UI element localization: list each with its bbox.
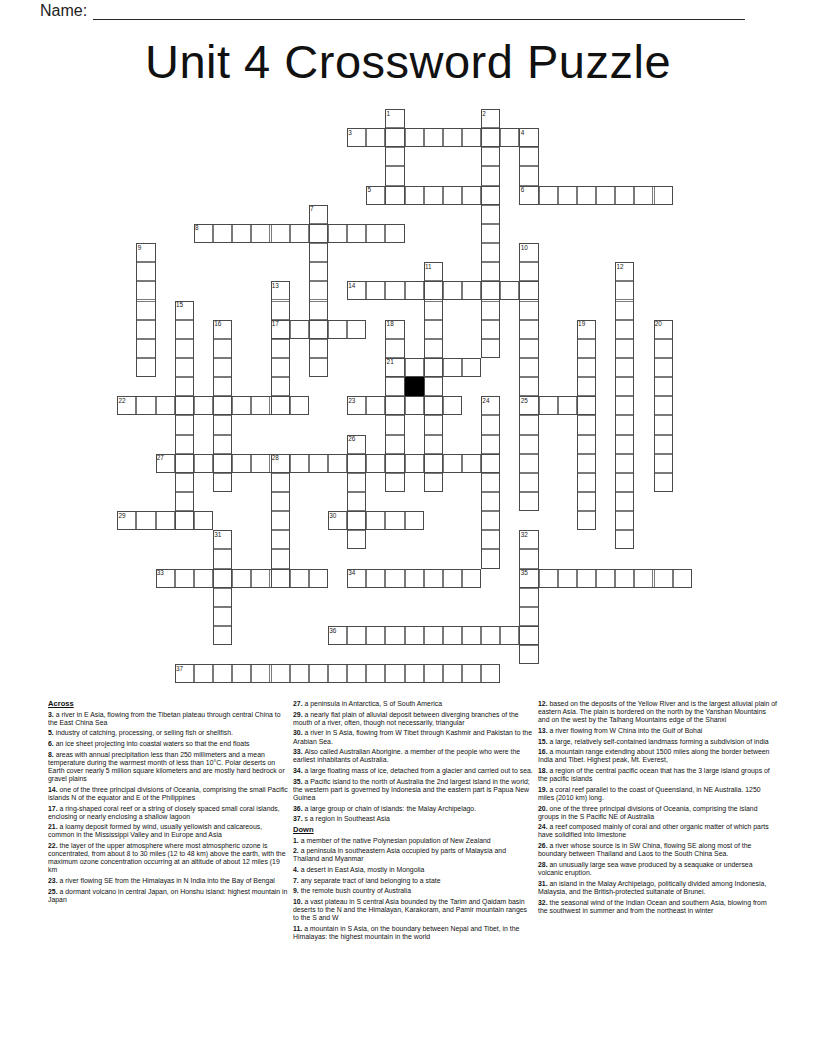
grid-cell[interactable] [194,664,213,683]
grid-cell[interactable] [462,454,481,473]
grid-cell[interactable] [213,607,232,626]
grid-cell[interactable] [385,320,404,339]
grid-cell[interactable] [462,358,481,377]
grid-cell[interactable] [309,281,328,300]
grid-cell[interactable] [309,243,328,262]
grid-cell[interactable] [271,320,290,339]
grid-cell[interactable] [194,454,213,473]
grid-cell[interactable] [232,569,251,588]
grid-cell[interactable] [481,396,500,415]
grid-cell[interactable] [271,281,290,300]
grid-cell[interactable] [271,301,290,320]
grid-cell[interactable] [405,186,424,205]
grid-cell[interactable] [558,396,577,415]
grid-cell[interactable] [385,396,404,415]
grid-cell[interactable] [519,147,538,166]
grid-cell[interactable] [385,339,404,358]
grid-cell[interactable] [615,569,634,588]
grid-cell[interactable] [385,435,404,454]
grid-cell[interactable] [481,320,500,339]
grid-cell[interactable] [577,511,596,530]
grid-cell[interactable] [405,511,424,530]
grid-cell[interactable] [519,358,538,377]
grid-cell[interactable] [309,224,328,243]
grid-cell[interactable] [519,339,538,358]
grid-cell[interactable] [481,454,500,473]
grid-cell[interactable] [347,396,366,415]
grid-cell[interactable] [615,301,634,320]
grid-cell[interactable] [519,626,538,645]
grid-cell[interactable] [385,358,404,377]
grid-cell[interactable] [366,626,385,645]
grid-cell[interactable] [213,588,232,607]
clue-item: 33. Also called Australian Aborigine. a … [293,748,533,764]
grid-cell[interactable] [443,358,462,377]
grid-cell[interactable] [309,454,328,473]
grid-cell[interactable] [615,377,634,396]
grid-cell[interactable] [481,109,500,128]
grid-cell[interactable] [615,262,634,281]
grid-cell[interactable] [481,664,500,683]
grid-cell[interactable] [347,530,366,549]
grid-cell[interactable] [519,281,538,300]
grid-cell[interactable] [347,569,366,588]
grid-cell[interactable] [519,262,538,281]
grid-cell[interactable] [500,281,519,300]
grid-cell[interactable] [424,473,443,492]
grid-cell[interactable] [424,320,443,339]
grid-cell[interactable] [519,569,538,588]
grid-cell[interactable] [654,415,673,434]
grid-cell[interactable] [519,645,538,664]
grid-cell[interactable] [271,549,290,568]
grid-cell[interactable] [213,473,232,492]
grid-cell[interactable] [424,281,443,300]
grid-cell[interactable] [175,301,194,320]
grid-cell[interactable] [424,569,443,588]
grid-cell[interactable] [156,396,175,415]
grid-cell[interactable] [424,454,443,473]
grid-cell[interactable] [519,435,538,454]
grid-cell[interactable] [194,224,213,243]
grid-cell[interactable] [213,396,232,415]
grid-cell[interactable] [347,435,366,454]
grid-cell[interactable] [175,454,194,473]
grid-cell[interactable] [328,320,347,339]
grid-cell[interactable] [577,377,596,396]
grid-cell[interactable] [290,320,309,339]
grid-cell[interactable] [596,186,615,205]
grid-cell[interactable] [175,435,194,454]
grid-cell[interactable] [309,339,328,358]
grid-cell[interactable] [654,358,673,377]
grid-cell[interactable] [539,569,558,588]
grid-cell[interactable] [481,492,500,511]
grid-cell[interactable] [136,301,155,320]
grid-cell[interactable] [424,415,443,434]
grid-cell[interactable] [175,569,194,588]
grid-cell[interactable] [271,473,290,492]
grid-cell[interactable] [232,396,251,415]
grid-cell[interactable] [213,454,232,473]
grid-cell[interactable] [424,377,443,396]
grid-cell[interactable] [405,664,424,683]
grid-cell[interactable] [290,454,309,473]
grid-cell[interactable] [290,664,309,683]
grid-cell[interactable] [194,396,213,415]
grid-cell[interactable] [405,396,424,415]
grid-cell[interactable] [232,664,251,683]
grid-cell[interactable] [175,377,194,396]
grid-cell[interactable] [519,492,538,511]
grid-cell[interactable] [405,454,424,473]
grid-cell[interactable] [424,358,443,377]
grid-cell[interactable] [385,109,404,128]
grid-cell[interactable] [519,301,538,320]
grid-cell[interactable] [462,664,481,683]
grid-cell[interactable] [251,664,270,683]
grid-cell[interactable] [290,569,309,588]
grid-cell[interactable] [213,569,232,588]
grid-cell[interactable] [385,147,404,166]
grid-cell[interactable] [347,454,366,473]
grid-cell[interactable] [347,320,366,339]
grid-cell[interactable] [175,339,194,358]
grid-cell[interactable] [385,224,404,243]
grid-cell[interactable] [519,607,538,626]
grid-cell[interactable] [366,281,385,300]
grid-cell[interactable] [328,454,347,473]
grid-cell[interactable] [615,339,634,358]
grid-cell[interactable] [232,224,251,243]
grid-cell[interactable] [577,186,596,205]
grid-cell[interactable] [424,339,443,358]
grid-cell[interactable] [385,454,404,473]
grid-cell[interactable] [328,511,347,530]
grid-cell[interactable] [654,339,673,358]
grid-cell[interactable] [156,569,175,588]
grid-cell[interactable] [462,569,481,588]
grid-cell[interactable] [519,454,538,473]
grid-cell[interactable] [271,454,290,473]
clue-item: 4. a desert in East Asia, mostly in Mong… [293,866,533,874]
grid-cell[interactable] [577,492,596,511]
grid-cell[interactable] [175,492,194,511]
grid-cell[interactable] [443,128,462,147]
grid-cell[interactable] [577,569,596,588]
grid-cell[interactable] [481,549,500,568]
grid-cell[interactable] [481,301,500,320]
grid-cell[interactable] [347,473,366,492]
grid-cell[interactable] [654,320,673,339]
grid-cell[interactable] [615,473,634,492]
grid-cell[interactable] [271,664,290,683]
grid-cell[interactable] [481,530,500,549]
grid-cell[interactable] [136,339,155,358]
grid-cell[interactable] [443,626,462,645]
grid-cell[interactable] [577,415,596,434]
grid-cell[interactable] [213,626,232,645]
grid-cell[interactable] [213,530,232,549]
grid-cell[interactable] [271,530,290,549]
grid-cell[interactable] [309,205,328,224]
grid-cell[interactable] [519,377,538,396]
grid-cell[interactable] [481,415,500,434]
grid-cell[interactable] [577,339,596,358]
grid-cell[interactable] [366,454,385,473]
clue-item: 7. any separate tract of land belonging … [293,877,533,885]
grid-cell[interactable] [481,186,500,205]
grid-cell[interactable] [654,186,673,205]
grid-cell[interactable] [194,511,213,530]
grid-cell[interactable] [577,396,596,415]
grid-cell[interactable] [271,511,290,530]
crossword-grid[interactable]: 3568141721222325272930333435363712479101… [0,0,816,700]
grid-cell[interactable] [385,473,404,492]
grid-cell[interactable] [347,281,366,300]
grid-cell[interactable] [328,626,347,645]
grid-cell[interactable] [615,281,634,300]
grid-cell[interactable] [347,511,366,530]
grid-cell[interactable] [156,454,175,473]
grid-cell[interactable] [385,626,404,645]
grid-cell[interactable] [424,435,443,454]
grid-cell[interactable] [175,664,194,683]
grid-cell[interactable] [347,492,366,511]
grid-cell[interactable] [385,186,404,205]
grid-cell[interactable] [385,166,404,185]
grid-cell[interactable] [481,473,500,492]
grid-cell[interactable] [175,473,194,492]
grid-cell[interactable] [213,549,232,568]
grid-cell[interactable] [366,224,385,243]
grid-cell[interactable] [251,396,270,415]
grid-cell[interactable] [136,262,155,281]
grid-cell[interactable] [347,664,366,683]
grid-cell[interactable] [654,435,673,454]
grid-cell[interactable] [654,454,673,473]
grid-cell[interactable] [385,128,404,147]
grid-cell[interactable] [615,186,634,205]
grid-cell[interactable] [251,454,270,473]
grid-cell[interactable] [424,301,443,320]
grid-cell[interactable] [519,186,538,205]
grid-cell[interactable] [271,569,290,588]
grid-cell[interactable] [136,281,155,300]
grid-cell[interactable] [385,281,404,300]
grid-cell[interactable] [577,473,596,492]
grid-cell[interactable] [634,186,653,205]
grid-cell[interactable] [271,492,290,511]
grid-cell[interactable] [328,664,347,683]
grid-cell[interactable] [117,511,136,530]
grid-cell[interactable] [405,358,424,377]
grid-cell[interactable] [615,415,634,434]
grid-cell[interactable] [539,396,558,415]
grid-cell[interactable] [424,664,443,683]
grid-cell[interactable] [481,339,500,358]
grid-cell[interactable] [347,128,366,147]
grid-cell[interactable] [634,569,653,588]
grid-cell[interactable] [213,224,232,243]
grid-cell[interactable] [136,243,155,262]
grid-cell[interactable] [500,626,519,645]
grid-cell[interactable] [673,569,692,588]
grid-cell[interactable] [443,396,462,415]
grid-cell[interactable] [481,281,500,300]
grid-cell[interactable] [577,358,596,377]
grid-cell[interactable] [156,511,175,530]
grid-cell[interactable] [424,128,443,147]
grid-cell[interactable] [290,396,309,415]
grid-cell[interactable] [596,569,615,588]
grid-cell[interactable] [654,569,673,588]
grid-cell[interactable] [213,377,232,396]
grid-cell[interactable] [615,358,634,377]
grid-cell[interactable] [385,377,404,396]
grid-cell[interactable] [424,262,443,281]
grid-cell[interactable] [481,511,500,530]
grid-cell[interactable] [443,664,462,683]
grid-cell[interactable] [251,224,270,243]
grid-cell[interactable] [385,664,404,683]
grid-cell[interactable] [213,320,232,339]
grid-cell[interactable] [347,224,366,243]
grid-cell[interactable] [175,396,194,415]
grid-cell[interactable] [385,569,404,588]
grid-cell[interactable] [615,530,634,549]
grid-cell[interactable] [481,128,500,147]
grid-cell[interactable] [615,454,634,473]
grid-cell[interactable] [366,569,385,588]
grid-cell[interactable] [309,320,328,339]
grid-cell[interactable] [366,511,385,530]
grid-cell[interactable] [462,626,481,645]
grid-cell[interactable] [481,626,500,645]
grid-cell[interactable] [366,128,385,147]
grid-cell[interactable] [519,396,538,415]
grid-cell[interactable] [405,128,424,147]
grid-cell[interactable] [558,186,577,205]
grid-cell[interactable] [615,511,634,530]
grid-cell[interactable] [519,530,538,549]
grid-cell[interactable] [443,186,462,205]
grid-cell[interactable] [385,415,404,434]
grid-cell[interactable] [213,339,232,358]
grid-cell[interactable] [519,415,538,434]
grid-cell[interactable] [519,588,538,607]
grid-cell[interactable] [213,415,232,434]
grid-cell[interactable] [405,281,424,300]
grid-cell[interactable] [519,166,538,185]
grid-cell[interactable] [136,358,155,377]
grid-cell[interactable] [519,320,538,339]
grid-cell[interactable] [615,435,634,454]
grid-cell[interactable] [213,435,232,454]
grid-cell[interactable] [290,224,309,243]
grid-cell[interactable] [654,377,673,396]
grid-cell[interactable] [615,396,634,415]
grid-cell[interactable] [271,396,290,415]
grid-cell[interactable] [175,511,194,530]
grid-cell[interactable] [577,320,596,339]
grid-cell[interactable] [481,243,500,262]
grid-cell[interactable] [615,492,634,511]
grid-cell[interactable] [654,473,673,492]
grid-cell[interactable] [519,473,538,492]
grid-cell[interactable] [175,415,194,434]
grid-cell[interactable] [405,626,424,645]
grid-cell[interactable] [577,435,596,454]
grid-cell[interactable] [309,664,328,683]
grid-cell[interactable] [481,147,500,166]
grid-cell[interactable] [366,186,385,205]
grid-cell[interactable] [136,396,155,415]
grid-cell[interactable] [539,186,558,205]
grid-cell[interactable] [175,320,194,339]
grid-cell[interactable] [117,396,136,415]
grid-cell[interactable] [194,569,213,588]
grid-cell[interactable] [366,664,385,683]
grid-cell[interactable] [558,569,577,588]
grid-cell[interactable] [309,262,328,281]
grid-cell[interactable] [136,320,155,339]
grid-cell[interactable] [443,569,462,588]
grid-cell[interactable] [481,166,500,185]
grid-cell[interactable] [309,569,328,588]
grid-cell[interactable] [309,301,328,320]
grid-cell[interactable] [481,205,500,224]
grid-cell[interactable] [481,262,500,281]
grid-cell[interactable] [443,454,462,473]
grid-cell[interactable] [385,511,404,530]
grid-cell[interactable] [462,128,481,147]
grid-cell[interactable] [424,186,443,205]
grid-cell[interactable] [519,549,538,568]
grid-cell[interactable] [519,128,538,147]
grid-cell[interactable] [500,128,519,147]
grid-cell[interactable] [577,454,596,473]
grid-cell[interactable] [213,664,232,683]
grid-cell[interactable] [462,281,481,300]
grid-cell[interactable] [309,358,328,377]
grid-cell[interactable] [519,243,538,262]
grid-cell[interactable] [175,358,194,377]
grid-cell[interactable] [462,186,481,205]
grid-cell[interactable] [271,339,290,358]
grid-cell[interactable] [271,377,290,396]
grid-cell[interactable] [615,320,634,339]
grid-cell[interactable] [481,224,500,243]
grid-cell[interactable] [424,626,443,645]
grid-cell[interactable] [271,358,290,377]
grid-cell[interactable] [424,396,443,415]
grid-cell[interactable] [232,454,251,473]
grid-cell[interactable] [366,396,385,415]
grid-cell[interactable] [213,358,232,377]
grid-cell[interactable] [136,511,155,530]
grid-cell[interactable] [271,224,290,243]
grid-cell[interactable] [443,281,462,300]
grid-cell[interactable] [328,224,347,243]
grid-cell[interactable] [405,569,424,588]
grid-cell[interactable] [481,435,500,454]
clue-item: 26. a river whose source is in SW China,… [538,842,778,858]
grid-cell[interactable] [654,396,673,415]
grid-cell[interactable] [251,569,270,588]
grid-cell[interactable] [347,626,366,645]
clue-item: 21. a loamy deposit formed by wind, usua… [48,823,288,839]
